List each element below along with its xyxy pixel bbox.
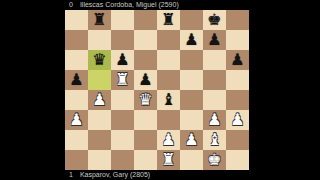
top-player-score: 0	[69, 1, 73, 9]
square-f8[interactable]	[180, 10, 203, 30]
square-d3[interactable]	[134, 110, 157, 130]
square-a6[interactable]	[65, 50, 88, 70]
square-a7[interactable]	[65, 30, 88, 50]
black-king: ♚	[203, 10, 226, 30]
square-a8[interactable]	[65, 10, 88, 30]
square-a1[interactable]	[65, 150, 88, 170]
white-pawn: ♟	[203, 110, 226, 130]
black-queen: ♛	[88, 50, 111, 70]
chess-board[interactable]: ♜♜♚♟♟♛♟♟♟♜♟♟♛♝♟♟♟♟♟♝♜♚	[65, 10, 249, 170]
square-e7[interactable]	[157, 30, 180, 50]
white-pawn: ♟	[88, 90, 111, 110]
square-a4[interactable]	[65, 90, 88, 110]
square-c3[interactable]	[111, 110, 134, 130]
white-pawn: ♟	[180, 130, 203, 150]
white-king: ♚	[203, 150, 226, 170]
square-h3[interactable]: ♟	[226, 110, 249, 130]
square-e3[interactable]	[157, 110, 180, 130]
square-g4[interactable]	[203, 90, 226, 110]
white-pawn: ♟	[65, 110, 88, 130]
white-pawn: ♟	[157, 130, 180, 150]
black-pawn: ♟	[134, 70, 157, 90]
square-a3[interactable]: ♟	[65, 110, 88, 130]
square-f1[interactable]	[180, 150, 203, 170]
square-d1[interactable]	[134, 150, 157, 170]
square-b8[interactable]: ♜	[88, 10, 111, 30]
square-e2[interactable]: ♟	[157, 130, 180, 150]
bottom-player-name: Kasparov, Gary (2805)	[80, 171, 150, 179]
square-b7[interactable]	[88, 30, 111, 50]
square-c5[interactable]: ♜	[111, 70, 134, 90]
square-b2[interactable]	[88, 130, 111, 150]
square-c1[interactable]	[111, 150, 134, 170]
square-g6[interactable]	[203, 50, 226, 70]
square-d2[interactable]	[134, 130, 157, 150]
white-queen: ♛	[134, 90, 157, 110]
square-g5[interactable]	[203, 70, 226, 90]
square-h6[interactable]: ♟	[226, 50, 249, 70]
square-h8[interactable]	[226, 10, 249, 30]
bottom-player-score: 1	[69, 171, 73, 179]
square-e6[interactable]	[157, 50, 180, 70]
square-e8[interactable]: ♜	[157, 10, 180, 30]
square-d6[interactable]	[134, 50, 157, 70]
square-f4[interactable]	[180, 90, 203, 110]
square-g8[interactable]: ♚	[203, 10, 226, 30]
square-f2[interactable]: ♟	[180, 130, 203, 150]
white-pawn: ♟	[226, 110, 249, 130]
white-rook: ♜	[157, 150, 180, 170]
square-h4[interactable]	[226, 90, 249, 110]
square-b1[interactable]	[88, 150, 111, 170]
square-a2[interactable]	[65, 130, 88, 150]
square-a5[interactable]: ♟	[65, 70, 88, 90]
black-rook: ♜	[88, 10, 111, 30]
square-b5[interactable]	[88, 70, 111, 90]
square-h5[interactable]	[226, 70, 249, 90]
black-rook: ♜	[157, 10, 180, 30]
square-c4[interactable]	[111, 90, 134, 110]
black-pawn: ♟	[203, 30, 226, 50]
white-rook: ♜	[111, 70, 134, 90]
square-b3[interactable]	[88, 110, 111, 130]
square-f5[interactable]	[180, 70, 203, 90]
video-frame: 0 Illescas Cordoba, Miguel (2590) ♜♜♚♟♟♛…	[0, 0, 320, 180]
square-d7[interactable]	[134, 30, 157, 50]
square-g1[interactable]: ♚	[203, 150, 226, 170]
square-h1[interactable]	[226, 150, 249, 170]
black-pawn: ♟	[226, 50, 249, 70]
square-f7[interactable]: ♟	[180, 30, 203, 50]
square-e4[interactable]: ♝	[157, 90, 180, 110]
top-player-bar: 0 Illescas Cordoba, Miguel (2590)	[69, 1, 179, 9]
square-f3[interactable]	[180, 110, 203, 130]
square-c7[interactable]	[111, 30, 134, 50]
black-bishop: ♝	[157, 90, 180, 110]
square-d8[interactable]	[134, 10, 157, 30]
square-h2[interactable]	[226, 130, 249, 150]
square-c6[interactable]: ♟	[111, 50, 134, 70]
square-g7[interactable]: ♟	[203, 30, 226, 50]
top-player-name: Illescas Cordoba, Miguel (2590)	[80, 1, 179, 9]
bottom-player-bar: 1 Kasparov, Gary (2805)	[69, 171, 150, 179]
square-c2[interactable]	[111, 130, 134, 150]
square-g2[interactable]: ♝	[203, 130, 226, 150]
square-f6[interactable]	[180, 50, 203, 70]
square-b6[interactable]: ♛	[88, 50, 111, 70]
black-pawn: ♟	[180, 30, 203, 50]
black-pawn: ♟	[111, 50, 134, 70]
white-bishop: ♝	[203, 130, 226, 150]
square-b4[interactable]: ♟	[88, 90, 111, 110]
square-e1[interactable]: ♜	[157, 150, 180, 170]
black-pawn: ♟	[65, 70, 88, 90]
square-d4[interactable]: ♛	[134, 90, 157, 110]
square-e5[interactable]	[157, 70, 180, 90]
square-g3[interactable]: ♟	[203, 110, 226, 130]
square-c8[interactable]	[111, 10, 134, 30]
square-d5[interactable]: ♟	[134, 70, 157, 90]
square-h7[interactable]	[226, 30, 249, 50]
